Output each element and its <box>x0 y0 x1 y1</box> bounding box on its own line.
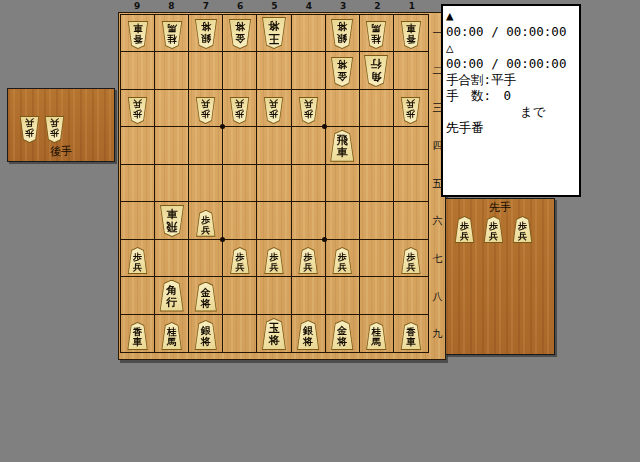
gote-bishop-piece[interactable]: 角行 <box>363 55 389 87</box>
koma-face: 歩兵 <box>333 248 352 273</box>
koma-face: 銀将 <box>195 321 217 349</box>
sente-pawn-piece[interactable]: 歩兵 <box>512 216 533 243</box>
square-9-6[interactable] <box>121 202 155 239</box>
square-4-1[interactable] <box>292 15 326 52</box>
sente-label: 先手 <box>446 200 554 215</box>
star-point <box>220 237 225 242</box>
sente-pawn-piece[interactable]: 歩兵 <box>195 210 216 237</box>
file-label: 7 <box>189 1 223 12</box>
sente-knight-piece[interactable]: 桂馬 <box>161 322 183 350</box>
square-5-5[interactable] <box>257 165 291 202</box>
square-1-5[interactable] <box>394 165 428 202</box>
square-7-8[interactable]: 金将 <box>189 277 223 314</box>
file-label: 5 <box>257 1 291 12</box>
square-7-2[interactable] <box>189 52 223 89</box>
koma-face: 歩兵 <box>264 98 283 123</box>
gote-pawn-piece[interactable]: 歩兵 <box>19 116 40 143</box>
square-2-4[interactable] <box>360 127 394 164</box>
file-label: 3 <box>326 1 360 12</box>
koma-face: 銀将 <box>195 20 217 48</box>
gote-pawn-piece[interactable]: 歩兵 <box>263 97 284 124</box>
koma-face: 金将 <box>331 321 353 349</box>
square-9-5[interactable] <box>121 165 155 202</box>
sente-hand-pieces: 歩兵歩兵歩兵 <box>446 216 554 243</box>
sente-lance-piece[interactable]: 香車 <box>400 322 422 350</box>
gote-lance-piece[interactable]: 香車 <box>127 21 149 49</box>
koma-face: 香車 <box>401 22 421 48</box>
koma-face: 桂馬 <box>162 22 182 48</box>
square-6-6[interactable] <box>223 202 257 239</box>
made-line: まで <box>446 104 576 120</box>
square-6-8[interactable] <box>223 277 257 314</box>
star-point <box>220 124 225 129</box>
sente-captured-tray: 先手 歩兵歩兵歩兵 <box>445 198 555 355</box>
gote-label: 後手 <box>8 144 114 159</box>
square-8-9[interactable]: 桂馬 <box>155 315 189 352</box>
square-9-3[interactable]: 歩兵 <box>121 90 155 127</box>
square-6-3[interactable]: 歩兵 <box>223 90 257 127</box>
koma-face: 歩兵 <box>128 98 147 123</box>
square-5-6[interactable] <box>257 202 291 239</box>
file-label: 4 <box>292 1 326 12</box>
square-3-9[interactable]: 金将 <box>326 315 360 352</box>
sente-bishop-piece[interactable]: 角行 <box>159 280 185 312</box>
koma-face: 飛車 <box>160 206 184 236</box>
file-label: 9 <box>120 1 154 12</box>
square-4-9[interactable]: 銀将 <box>292 315 326 352</box>
gote-pawn-piece[interactable]: 歩兵 <box>195 97 216 124</box>
sente-gold-piece[interactable]: 金将 <box>194 282 218 312</box>
koma-face: 歩兵 <box>45 117 64 142</box>
square-9-4[interactable] <box>121 127 155 164</box>
sente-lance-piece[interactable]: 香車 <box>127 322 149 350</box>
koma-face: 桂馬 <box>162 323 182 349</box>
square-5-7[interactable]: 歩兵 <box>257 240 291 277</box>
square-3-2[interactable]: 金将 <box>326 52 360 89</box>
square-5-1[interactable]: 王将 <box>257 15 291 52</box>
sente-rook-piece[interactable]: 飛車 <box>329 130 355 162</box>
square-2-9[interactable]: 桂馬 <box>360 315 394 352</box>
square-5-9[interactable]: 玉将 <box>257 315 291 352</box>
square-5-8[interactable] <box>257 277 291 314</box>
square-1-1[interactable]: 香車 <box>394 15 428 52</box>
file-label: 1 <box>395 1 429 12</box>
square-1-9[interactable]: 香車 <box>394 315 428 352</box>
gote-pawn-piece[interactable]: 歩兵 <box>298 97 319 124</box>
koma-face: 歩兵 <box>513 217 532 242</box>
koma-face: 歩兵 <box>299 248 318 273</box>
koma-face: 銀将 <box>297 321 319 349</box>
rank-label: 九 <box>430 315 445 353</box>
square-2-7[interactable] <box>360 240 394 277</box>
shogi-app: 987654321 香車桂馬銀将金将王将銀将桂馬香車金将角行歩兵歩兵歩兵歩兵歩兵… <box>0 0 640 462</box>
square-6-7[interactable]: 歩兵 <box>223 240 257 277</box>
handicap-line: 手合割:平手 <box>446 72 576 88</box>
file-label: 2 <box>360 1 394 12</box>
square-6-1[interactable]: 金将 <box>223 15 257 52</box>
move-count-line: 手 数: 0 <box>446 88 576 104</box>
square-8-8[interactable]: 角行 <box>155 277 189 314</box>
file-label: 6 <box>223 1 257 12</box>
gote-mark: △ <box>446 40 576 56</box>
square-4-3[interactable]: 歩兵 <box>292 90 326 127</box>
sente-mark: ▲ <box>446 8 576 24</box>
square-8-3[interactable] <box>155 90 189 127</box>
koma-face: 歩兵 <box>230 98 249 123</box>
file-label: 8 <box>154 1 188 12</box>
square-6-5[interactable] <box>223 165 257 202</box>
sente-silver-piece[interactable]: 銀将 <box>296 320 320 350</box>
koma-face: 香車 <box>128 22 148 48</box>
sente-gold-piece[interactable]: 金将 <box>330 320 354 350</box>
square-4-6[interactable] <box>292 202 326 239</box>
square-8-1[interactable]: 桂馬 <box>155 15 189 52</box>
square-7-6[interactable]: 歩兵 <box>189 202 223 239</box>
square-1-6[interactable] <box>394 202 428 239</box>
koma-face: 歩兵 <box>196 98 215 123</box>
square-4-8[interactable] <box>292 277 326 314</box>
square-7-1[interactable]: 銀将 <box>189 15 223 52</box>
square-4-7[interactable]: 歩兵 <box>292 240 326 277</box>
square-9-8[interactable] <box>121 277 155 314</box>
file-coordinates: 987654321 <box>120 1 429 12</box>
square-8-5[interactable] <box>155 165 189 202</box>
square-1-7[interactable]: 歩兵 <box>394 240 428 277</box>
square-2-1[interactable]: 桂馬 <box>360 15 394 52</box>
sente-pawn-piece[interactable]: 歩兵 <box>298 247 319 274</box>
square-6-2[interactable] <box>223 52 257 89</box>
koma-face: 歩兵 <box>299 98 318 123</box>
square-1-8[interactable] <box>394 277 428 314</box>
gote-silver-piece[interactable]: 銀将 <box>330 19 354 49</box>
rank-label: 八 <box>430 278 445 316</box>
square-8-4[interactable] <box>155 127 189 164</box>
koma-face: 銀将 <box>331 20 353 48</box>
gote-pawn-piece[interactable]: 歩兵 <box>400 97 421 124</box>
gote-knight-piece[interactable]: 桂馬 <box>365 21 387 49</box>
square-8-2[interactable] <box>155 52 189 89</box>
gote-lance-piece[interactable]: 香車 <box>400 21 422 49</box>
sente-silver-piece[interactable]: 銀将 <box>194 320 218 350</box>
square-1-4[interactable] <box>394 127 428 164</box>
square-2-2[interactable]: 角行 <box>360 52 394 89</box>
square-1-3[interactable]: 歩兵 <box>394 90 428 127</box>
square-3-1[interactable]: 銀将 <box>326 15 360 52</box>
square-5-3[interactable]: 歩兵 <box>257 90 291 127</box>
square-7-5[interactable] <box>189 165 223 202</box>
rank-label: 七 <box>430 240 445 278</box>
sente-pawn-piece[interactable]: 歩兵 <box>263 247 284 274</box>
square-6-4[interactable] <box>223 127 257 164</box>
square-5-4[interactable] <box>257 127 291 164</box>
sente-clock: 00:00 / 00:00:00 <box>446 24 576 40</box>
square-3-8[interactable] <box>326 277 360 314</box>
square-2-8[interactable] <box>360 277 394 314</box>
sente-knight-piece[interactable]: 桂馬 <box>365 322 387 350</box>
square-3-4[interactable]: 飛車 <box>326 127 360 164</box>
koma-face: 歩兵 <box>20 117 39 142</box>
square-8-6[interactable]: 飛車 <box>155 202 189 239</box>
koma-face: 桂馬 <box>366 323 386 349</box>
gote-knight-piece[interactable]: 桂馬 <box>161 21 183 49</box>
square-3-6[interactable] <box>326 202 360 239</box>
koma-face: 歩兵 <box>401 98 420 123</box>
square-7-3[interactable]: 歩兵 <box>189 90 223 127</box>
sente-pawn-piece[interactable]: 歩兵 <box>454 216 475 243</box>
koma-face: 桂馬 <box>366 22 386 48</box>
gote-gold-piece[interactable]: 金将 <box>228 19 252 49</box>
square-7-7[interactable] <box>189 240 223 277</box>
gote-captured-tray: 歩兵歩兵 後手 <box>7 88 115 162</box>
koma-face: 金将 <box>195 283 217 311</box>
square-4-5[interactable] <box>292 165 326 202</box>
koma-face: 歩兵 <box>455 217 474 242</box>
square-2-6[interactable] <box>360 202 394 239</box>
koma-face: 香車 <box>128 323 148 349</box>
square-5-2[interactable] <box>257 52 291 89</box>
game-info-panel: ▲ 00:00 / 00:00:00 △ 00:00 / 00:00:00 手合… <box>441 4 581 197</box>
koma-face: 歩兵 <box>401 248 420 273</box>
square-7-9[interactable]: 銀将 <box>189 315 223 352</box>
square-9-2[interactable] <box>121 52 155 89</box>
koma-face: 金将 <box>331 58 353 86</box>
square-4-4[interactable] <box>292 127 326 164</box>
square-4-2[interactable] <box>292 52 326 89</box>
koma-face: 金将 <box>229 20 251 48</box>
square-9-7[interactable]: 歩兵 <box>121 240 155 277</box>
sente-pawn-piece[interactable]: 歩兵 <box>229 247 250 274</box>
square-8-7[interactable] <box>155 240 189 277</box>
koma-face: 王将 <box>262 18 286 48</box>
square-9-9[interactable]: 香車 <box>121 315 155 352</box>
gote-gold-piece[interactable]: 金将 <box>330 57 354 87</box>
gote-silver-piece[interactable]: 銀将 <box>194 19 218 49</box>
square-3-3[interactable] <box>326 90 360 127</box>
sente-pawn-piece[interactable]: 歩兵 <box>483 216 504 243</box>
gote-pawn-piece[interactable]: 歩兵 <box>229 97 250 124</box>
koma-face: 歩兵 <box>128 248 147 273</box>
square-7-4[interactable] <box>189 127 223 164</box>
koma-face: 玉将 <box>262 319 286 349</box>
koma-face: 香車 <box>401 323 421 349</box>
square-3-7[interactable]: 歩兵 <box>326 240 360 277</box>
square-2-3[interactable] <box>360 90 394 127</box>
koma-face: 歩兵 <box>484 217 503 242</box>
square-1-2[interactable] <box>394 52 428 89</box>
sente-pawn-piece[interactable]: 歩兵 <box>332 247 353 274</box>
turn-indicator: 先手番 <box>446 120 576 136</box>
koma-face: 角行 <box>160 281 184 311</box>
shogi-board: 香車桂馬銀将金将王将銀将桂馬香車金将角行歩兵歩兵歩兵歩兵歩兵歩兵飛車飛車歩兵歩兵… <box>118 12 446 360</box>
rank-label: 六 <box>430 202 445 240</box>
koma-face: 歩兵 <box>230 248 249 273</box>
gote-pawn-piece[interactable]: 歩兵 <box>127 97 148 124</box>
koma-face: 角行 <box>364 56 388 86</box>
sente-pawn-piece[interactable]: 歩兵 <box>127 247 148 274</box>
square-3-5[interactable] <box>326 165 360 202</box>
sente-pawn-piece[interactable]: 歩兵 <box>400 247 421 274</box>
square-2-5[interactable] <box>360 165 394 202</box>
board-grid: 香車桂馬銀将金将王将銀将桂馬香車金将角行歩兵歩兵歩兵歩兵歩兵歩兵飛車飛車歩兵歩兵… <box>120 14 429 353</box>
gote-rook-piece[interactable]: 飛車 <box>159 205 185 237</box>
gote-hand-pieces: 歩兵歩兵 <box>8 116 114 143</box>
gote-pawn-piece[interactable]: 歩兵 <box>44 116 65 143</box>
star-point <box>322 124 327 129</box>
gote-king-piece[interactable]: 王将 <box>261 17 287 49</box>
koma-face: 飛車 <box>330 131 354 161</box>
star-point <box>322 237 327 242</box>
sente-king-piece[interactable]: 玉将 <box>261 318 287 350</box>
gote-clock: 00:00 / 00:00:00 <box>446 56 576 72</box>
koma-face: 歩兵 <box>264 248 283 273</box>
square-9-1[interactable]: 香車 <box>121 15 155 52</box>
square-6-9[interactable] <box>223 315 257 352</box>
koma-face: 歩兵 <box>196 211 215 236</box>
